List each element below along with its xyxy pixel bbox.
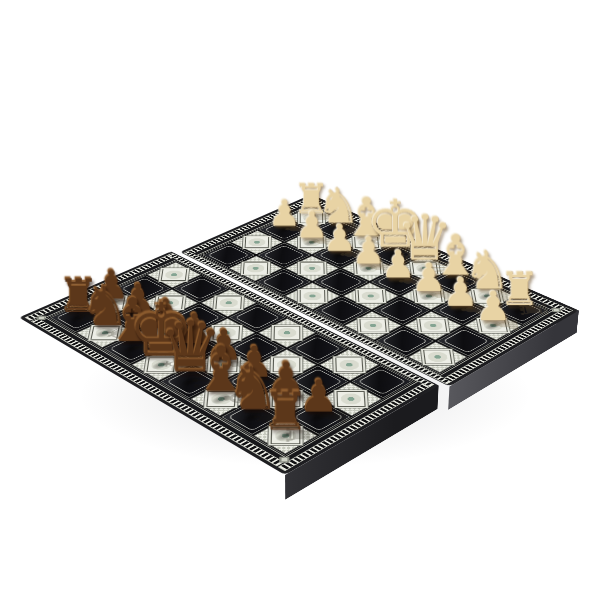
square-a2: ♟♟ bbox=[466, 312, 520, 340]
piece-white-pawn: ♟ bbox=[475, 286, 511, 326]
square-b3 bbox=[406, 312, 460, 340]
piece-white-pawn: ♟ bbox=[443, 272, 479, 312]
chess-set-photo: ♜♜♟♟♞♞♟♟♝♝♟♟♚♚♟♟♛♛♟♟♝♝♟♟♞♞♟♟♜♜♟♟ ♟♟♜♜♟♟♞… bbox=[0, 0, 600, 600]
piece-black-rook: ♜ bbox=[262, 385, 309, 437]
square-a8: ♜♜ bbox=[255, 419, 316, 453]
piece-white-pawn: ♟ bbox=[411, 258, 446, 297]
